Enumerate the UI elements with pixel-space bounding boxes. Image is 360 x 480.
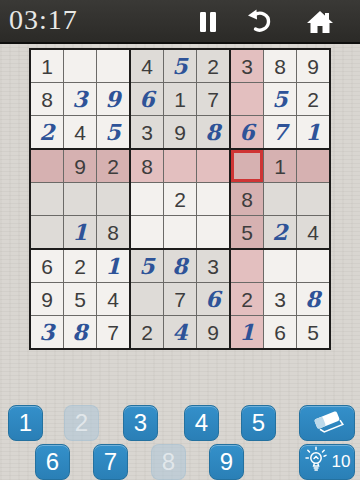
- sudoku-cell-r2c3[interactable]: 9: [97, 83, 129, 115]
- given-digit: 6: [41, 256, 53, 277]
- sudoku-cell-r5c2[interactable]: [64, 183, 96, 215]
- sudoku-cell-r4c9[interactable]: [297, 150, 329, 182]
- number-button-4[interactable]: 4: [184, 405, 219, 441]
- sudoku-cell-r9c6[interactable]: 9: [197, 316, 229, 348]
- sudoku-cell-r8c6[interactable]: 6: [197, 283, 229, 315]
- sudoku-cell-r7c1[interactable]: 6: [31, 250, 63, 282]
- sudoku-cell-r2c2[interactable]: 3: [64, 83, 96, 115]
- sudoku-cell-r9c7[interactable]: 1: [231, 316, 263, 348]
- user-digit: 8: [305, 288, 320, 310]
- sudoku-cell-r1c3[interactable]: [97, 50, 129, 82]
- sudoku-cell-r9c1[interactable]: 3: [31, 316, 63, 348]
- sudoku-cell-r1c2[interactable]: [64, 50, 96, 82]
- given-digit: 3: [274, 289, 286, 310]
- sudoku-cell-r1c6[interactable]: 2: [197, 50, 229, 82]
- user-digit: 5: [139, 255, 154, 277]
- given-digit: 8: [107, 222, 119, 243]
- sudoku-cell-r3c7[interactable]: 6: [231, 116, 263, 148]
- sudoku-cell-r6c4[interactable]: [131, 216, 163, 248]
- given-digit: 8: [241, 189, 253, 210]
- user-digit: 4: [172, 321, 187, 343]
- sudoku-cell-r1c7[interactable]: 3: [231, 50, 263, 82]
- user-digit: 1: [239, 321, 254, 343]
- home-button[interactable]: [306, 8, 334, 36]
- hint-button[interactable]: 10: [299, 444, 355, 480]
- sudoku-cell-r6c5[interactable]: [164, 216, 196, 248]
- sudoku-cell-r5c5[interactable]: 2: [164, 183, 196, 215]
- sudoku-cell-r6c8[interactable]: 2: [264, 216, 296, 248]
- user-digit: 8: [172, 255, 187, 277]
- sudoku-cell-r8c3[interactable]: 4: [97, 283, 129, 315]
- sudoku-cell-r3c3[interactable]: 5: [97, 116, 129, 148]
- sudoku-cell-r8c5[interactable]: 7: [164, 283, 196, 315]
- given-digit: 2: [107, 156, 119, 177]
- sudoku-cell-r3c8[interactable]: 7: [264, 116, 296, 148]
- user-digit: 3: [39, 321, 54, 343]
- given-digit: 2: [74, 256, 86, 277]
- board-block: 9218: [31, 150, 129, 248]
- sudoku-cell-r8c9[interactable]: 8: [297, 283, 329, 315]
- sudoku-cell-r7c9[interactable]: [297, 250, 329, 282]
- sudoku-cell-r4c7[interactable]: [231, 150, 263, 182]
- sudoku-cell-r4c8[interactable]: 1: [264, 150, 296, 182]
- header-bar: 03:17: [0, 0, 360, 44]
- number-button-3[interactable]: 3: [123, 405, 158, 441]
- sudoku-cell-r9c5[interactable]: 4: [164, 316, 196, 348]
- given-digit: 1: [41, 56, 53, 77]
- sudoku-cell-r6c9[interactable]: 4: [297, 216, 329, 248]
- sudoku-cell-r7c4[interactable]: 5: [131, 250, 163, 282]
- given-digit: 6: [274, 322, 286, 343]
- home-icon: [306, 8, 334, 36]
- sudoku-cell-r4c1[interactable]: [31, 150, 63, 182]
- sudoku-cell-r2c4[interactable]: 6: [131, 83, 163, 115]
- sudoku-cell-r2c5[interactable]: 1: [164, 83, 196, 115]
- given-digit: 7: [174, 289, 186, 310]
- given-digit: 8: [41, 89, 53, 110]
- given-digit: 5: [74, 289, 86, 310]
- board-block: 452617398: [131, 50, 229, 148]
- given-digit: 9: [74, 156, 86, 177]
- user-digit: 5: [105, 121, 120, 143]
- number-button-8[interactable]: 8: [151, 444, 186, 480]
- pause-button[interactable]: [194, 8, 222, 36]
- given-digit: 3: [207, 256, 219, 277]
- sudoku-cell-r9c8[interactable]: 6: [264, 316, 296, 348]
- user-digit: 2: [39, 121, 54, 143]
- given-digit: 5: [307, 322, 319, 343]
- sudoku-cell-r3c2[interactable]: 4: [64, 116, 96, 148]
- sudoku-cell-r5c1[interactable]: [31, 183, 63, 215]
- user-digit: 3: [72, 88, 87, 110]
- sudoku-cell-r8c7[interactable]: 2: [231, 283, 263, 315]
- sudoku-cell-r5c9[interactable]: [297, 183, 329, 215]
- sudoku-cell-r3c9[interactable]: 1: [297, 116, 329, 148]
- given-digit: 1: [274, 156, 286, 177]
- user-digit: 8: [72, 321, 87, 343]
- given-digit: 9: [307, 56, 319, 77]
- board-block: 621954387: [31, 250, 129, 348]
- sudoku-cell-r2c9[interactable]: 2: [297, 83, 329, 115]
- timer: 03:17: [9, 4, 78, 36]
- sudoku-cell-r5c6[interactable]: [197, 183, 229, 215]
- user-digit: 5: [272, 88, 287, 110]
- board-block: 58376249: [131, 250, 229, 348]
- number-button-6[interactable]: 6: [35, 444, 70, 480]
- user-digit: 6: [239, 121, 254, 143]
- sudoku-cell-r9c2[interactable]: 8: [64, 316, 96, 348]
- sudoku-cell-r7c8[interactable]: [264, 250, 296, 282]
- sudoku-cell-r9c9[interactable]: 5: [297, 316, 329, 348]
- sudoku-cell-r7c2[interactable]: 2: [64, 250, 96, 282]
- sudoku-cell-r3c4[interactable]: 3: [131, 116, 163, 148]
- user-digit: 9: [105, 88, 120, 110]
- given-digit: 4: [74, 122, 86, 143]
- sudoku-cell-r7c5[interactable]: 8: [164, 250, 196, 282]
- sudoku-cell-r8c4[interactable]: [131, 283, 163, 315]
- given-digit: 9: [174, 122, 186, 143]
- sudoku-cell-r1c4[interactable]: 4: [131, 50, 163, 82]
- sudoku-cell-r3c1[interactable]: 2: [31, 116, 63, 148]
- sudoku-cell-r8c8[interactable]: 3: [264, 283, 296, 315]
- user-digit: 6: [205, 288, 220, 310]
- given-digit: 2: [174, 189, 186, 210]
- sudoku-cell-r3c5[interactable]: 9: [164, 116, 196, 148]
- given-digit: 7: [107, 322, 119, 343]
- sudoku-cell-r5c7[interactable]: 8: [231, 183, 263, 215]
- given-digit: 2: [141, 322, 153, 343]
- board-block: 38952671: [231, 50, 329, 148]
- given-digit: 2: [307, 89, 319, 110]
- board-block: 18524: [231, 150, 329, 248]
- board-block: 1839245: [31, 50, 129, 148]
- user-digit: 5: [172, 55, 187, 77]
- given-digit: 4: [141, 56, 153, 77]
- sudoku-cell-r1c9[interactable]: 9: [297, 50, 329, 82]
- sudoku-cell-r1c1[interactable]: 1: [31, 50, 63, 82]
- given-digit: 8: [274, 56, 286, 77]
- sudoku-cell-r4c4[interactable]: 8: [131, 150, 163, 182]
- user-digit: 6: [139, 88, 154, 110]
- board-block: 238165: [231, 250, 329, 348]
- sudoku-cell-r6c7[interactable]: 5: [231, 216, 263, 248]
- number-button-5[interactable]: 5: [241, 405, 276, 441]
- given-digit: 7: [207, 89, 219, 110]
- given-digit: 4: [107, 289, 119, 310]
- undo-button[interactable]: [246, 8, 274, 36]
- lightbulb-icon: [304, 445, 330, 479]
- sudoku-cell-r6c2[interactable]: 1: [64, 216, 96, 248]
- user-digit: 8: [205, 121, 220, 143]
- board-block: 82: [131, 150, 229, 248]
- eraser-button[interactable]: [299, 405, 355, 441]
- hint-count: 10: [332, 452, 351, 472]
- sudoku-cell-r6c6[interactable]: [197, 216, 229, 248]
- number-button-7[interactable]: 7: [93, 444, 128, 480]
- sudoku-cell-r3c6[interactable]: 8: [197, 116, 229, 148]
- sudoku-cell-r2c8[interactable]: 5: [264, 83, 296, 115]
- sudoku-cell-r8c2[interactable]: 5: [64, 283, 96, 315]
- sudoku-cell-r1c8[interactable]: 8: [264, 50, 296, 82]
- sudoku-cell-r5c4[interactable]: [131, 183, 163, 215]
- user-digit: 1: [305, 121, 320, 143]
- given-digit: 9: [207, 322, 219, 343]
- user-digit: 7: [272, 121, 287, 143]
- sudoku-cell-r9c3[interactable]: 7: [97, 316, 129, 348]
- number-button-1[interactable]: 1: [8, 405, 43, 441]
- sudoku-cell-r6c3[interactable]: 8: [97, 216, 129, 248]
- undo-icon: [246, 8, 274, 36]
- number-button-9[interactable]: 9: [209, 444, 244, 480]
- sudoku-cell-r7c6[interactable]: 3: [197, 250, 229, 282]
- user-digit: 2: [272, 221, 287, 243]
- user-digit: 1: [72, 221, 87, 243]
- given-digit: 8: [141, 156, 153, 177]
- sudoku-cell-r4c2[interactable]: 9: [64, 150, 96, 182]
- given-digit: 1: [174, 89, 186, 110]
- sudoku-cell-r1c5[interactable]: 5: [164, 50, 196, 82]
- number-button-2[interactable]: 2: [64, 405, 99, 441]
- user-digit: 1: [105, 255, 120, 277]
- eraser-icon: [310, 407, 344, 439]
- sudoku-board: 1839245452617398389526719218821852462195…: [29, 48, 331, 350]
- sudoku-cell-r6c1[interactable]: [31, 216, 63, 248]
- given-digit: 2: [241, 289, 253, 310]
- sudoku-cell-r4c6[interactable]: [197, 150, 229, 182]
- given-digit: 9: [41, 289, 53, 310]
- sudoku-app: 03:17 1839245452617398389526719218821852…: [0, 0, 360, 480]
- sudoku-cell-r7c3[interactable]: 1: [97, 250, 129, 282]
- sudoku-cell-r7c7[interactable]: [231, 250, 263, 282]
- pause-icon: [194, 8, 222, 36]
- sudoku-cell-r5c3[interactable]: [97, 183, 129, 215]
- sudoku-cell-r4c5[interactable]: [164, 150, 196, 182]
- sudoku-cell-r8c1[interactable]: 9: [31, 283, 63, 315]
- given-digit: 5: [241, 222, 253, 243]
- sudoku-cell-r9c4[interactable]: 2: [131, 316, 163, 348]
- sudoku-cell-r2c6[interactable]: 7: [197, 83, 229, 115]
- sudoku-cell-r2c7[interactable]: [231, 83, 263, 115]
- sudoku-cell-r2c1[interactable]: 8: [31, 83, 63, 115]
- given-digit: 3: [141, 122, 153, 143]
- given-digit: 4: [307, 222, 319, 243]
- sudoku-cell-r4c3[interactable]: 2: [97, 150, 129, 182]
- sudoku-cell-r5c8[interactable]: [264, 183, 296, 215]
- given-digit: 2: [207, 56, 219, 77]
- given-digit: 3: [241, 56, 253, 77]
